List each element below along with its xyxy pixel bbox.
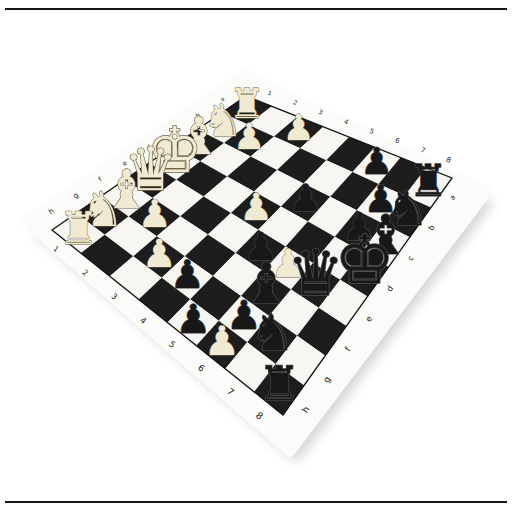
chessboard-photo: 1122334455667788aabbccddeeffgghh ♜♞♟♟♝♚♟… [0, 0, 512, 512]
piece-black-rook-h8: ♜ [258, 355, 301, 411]
piece-white-rook-h1: ♜ [58, 202, 98, 255]
piece-black-knight-g7: ♞ [249, 303, 295, 362]
rank-label-far-7: 7 [419, 145, 427, 155]
piece-white-pawn-f2: ♟ [137, 192, 171, 236]
piece-white-pawn-h6: ♟ [204, 317, 240, 365]
piece-white-pawn-a3: ♟ [283, 107, 315, 148]
piece-black-pawn-g4: ♟ [170, 252, 205, 297]
piece-black-queen-e7: ♛ [287, 236, 344, 310]
piece-black-pawn-a6: ♟ [360, 140, 393, 183]
piece-white-pawn-d4: ♟ [239, 185, 273, 229]
piece-black-pawn-c5: ♟ [289, 176, 323, 220]
piece-white-pawn-b2: ♟ [233, 115, 265, 158]
